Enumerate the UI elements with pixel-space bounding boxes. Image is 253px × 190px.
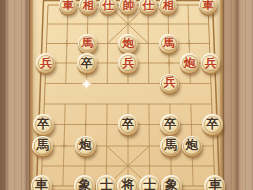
piece-red-advisor[interactable]: 仕 (99, 0, 118, 14)
piece-glyph: 相 (79, 0, 98, 14)
piece-glyph: 車 (204, 175, 225, 190)
piece-black-horse[interactable]: 馬 (160, 136, 181, 157)
piece-red-soldier[interactable]: 兵 (160, 74, 180, 94)
piece-black-advisor[interactable]: 士 (96, 175, 117, 190)
piece-glyph: 車 (31, 175, 52, 190)
piece-black-chariot[interactable]: 車 (204, 175, 225, 190)
piece-glyph: 兵 (36, 53, 56, 73)
piece-glyph: 象 (161, 175, 182, 190)
piece-glyph: 炮 (180, 53, 200, 73)
piece-glyph: 卒 (118, 114, 138, 134)
piece-black-horse[interactable]: 馬 (32, 136, 53, 157)
piece-red-horse[interactable]: 馬 (159, 34, 178, 53)
piece-red-horse[interactable]: 馬 (78, 34, 97, 53)
piece-glyph: 馬 (78, 34, 97, 53)
piece-red-cannon[interactable]: 炮 (180, 53, 200, 73)
piece-glyph: 炮 (118, 34, 137, 53)
piece-red-chariot[interactable]: 車 (59, 0, 78, 14)
piece-black-soldier[interactable]: 卒 (202, 114, 222, 134)
piece-glyph: 卒 (160, 114, 180, 134)
game-scene: 車相仕帥仕相車馬炮馬兵卒兵炮兵兵卒卒卒卒馬炮馬炮車象士将士象車 (0, 0, 253, 190)
piece-black-soldier[interactable]: 卒 (160, 114, 180, 134)
piece-black-chariot[interactable]: 車 (31, 175, 52, 190)
piece-glyph: 相 (159, 0, 178, 14)
piece-black-cannon[interactable]: 炮 (182, 136, 203, 157)
piece-red-advisor[interactable]: 仕 (139, 0, 158, 14)
piece-glyph: 車 (199, 0, 218, 14)
piece-glyph: 兵 (118, 53, 138, 73)
piece-glyph: 象 (74, 175, 95, 190)
piece-black-elephant[interactable]: 象 (161, 175, 182, 190)
piece-black-elephant[interactable]: 象 (74, 175, 95, 190)
piece-glyph: 仕 (139, 0, 158, 14)
piece-glyph: 炮 (75, 136, 96, 157)
piece-glyph: 馬 (160, 136, 181, 157)
piece-red-general[interactable]: 帥 (119, 0, 138, 14)
piece-glyph: 士 (139, 175, 160, 190)
piece-black-soldier[interactable]: 卒 (118, 114, 138, 134)
piece-glyph: 将 (117, 175, 138, 190)
piece-black-advisor[interactable]: 士 (139, 175, 160, 190)
piece-glyph: 車 (59, 0, 78, 14)
piece-glyph: 帥 (119, 0, 138, 14)
piece-red-cannon[interactable]: 炮 (118, 34, 137, 53)
piece-red-soldier[interactable]: 兵 (36, 53, 56, 73)
piece-glyph: 馬 (32, 136, 53, 157)
piece-glyph: 炮 (182, 136, 203, 157)
piece-glyph: 卒 (33, 114, 53, 134)
piece-glyph: 卒 (202, 114, 222, 134)
piece-red-elephant[interactable]: 相 (79, 0, 98, 14)
piece-black-cannon[interactable]: 炮 (75, 136, 96, 157)
piece-glyph: 兵 (160, 74, 180, 94)
piece-black-general[interactable]: 将 (117, 175, 138, 190)
piece-black-soldier[interactable]: 卒 (77, 53, 97, 73)
piece-glyph: 馬 (159, 34, 178, 53)
piece-glyph: 仕 (99, 0, 118, 14)
piece-glyph: 卒 (77, 53, 97, 73)
piece-glyph: 士 (96, 175, 117, 190)
piece-red-chariot[interactable]: 車 (199, 0, 218, 14)
piece-red-soldier[interactable]: 兵 (201, 53, 221, 73)
pieces-layer: 車相仕帥仕相車馬炮馬兵卒兵炮兵兵卒卒卒卒馬炮馬炮車象士将士象車 (0, 0, 253, 190)
piece-red-soldier[interactable]: 兵 (118, 53, 138, 73)
piece-red-elephant[interactable]: 相 (159, 0, 178, 14)
piece-glyph: 兵 (201, 53, 221, 73)
piece-black-soldier[interactable]: 卒 (33, 114, 53, 134)
